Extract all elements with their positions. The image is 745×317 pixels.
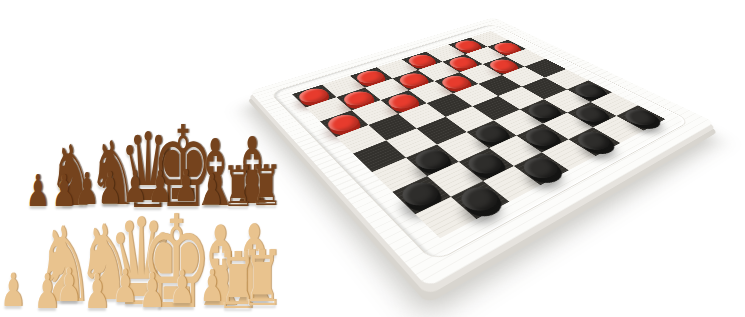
light-chess-pawn: ♟	[200, 264, 224, 308]
light-chess-pawn: ♟	[56, 262, 82, 308]
product-photo: ♞♞♛♚♝♝♜♜♟♟♟♟♟♟♟♟ ♞♞♛♚♝♝♜♜♟♟♟♟♟♟♟♟	[0, 0, 745, 317]
light-chess-pawn: ♟	[169, 264, 195, 310]
checkers-playfield	[290, 30, 668, 240]
light-chess-pawn: ♟	[0, 267, 26, 313]
light-chess-pawn: ♟	[84, 267, 111, 315]
light-chess-pawn: ♟	[139, 266, 166, 314]
light-chess-pawn: ♟	[112, 263, 138, 309]
light-chess-rook: ♜	[241, 241, 283, 317]
